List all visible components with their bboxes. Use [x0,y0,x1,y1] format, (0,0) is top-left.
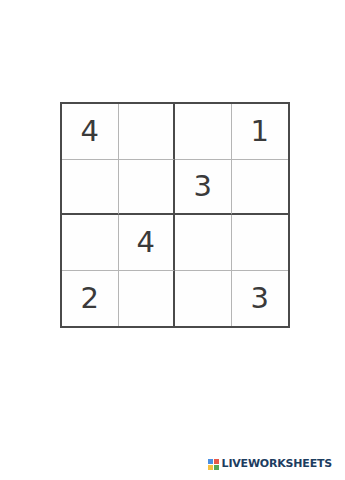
cell-r3c3[interactable] [175,215,232,271]
cell-r1c3[interactable] [175,104,232,160]
cell-r4c3[interactable] [175,271,232,327]
liveworksheets-grid-icon [208,459,219,470]
cell-r3c1[interactable] [62,215,119,271]
cell-r2c4[interactable] [232,160,289,216]
liveworksheets-logo: LIVEWORKSHEETS [208,457,332,471]
cell-r3c2: 4 [119,215,176,271]
logo-icon-square [208,459,213,464]
cell-r1c4: 1 [232,104,289,160]
cell-r4c1: 2 [62,271,119,327]
liveworksheets-logo-text: LIVEWORKSHEETS [222,457,332,471]
cell-r2c2[interactable] [119,160,176,216]
worksheet-page: 413423 LIVEWORKSHEETS [0,0,345,480]
cell-r1c2[interactable] [119,104,176,160]
logo-icon-square [214,459,219,464]
cell-r3c4[interactable] [232,215,289,271]
cell-r1c1: 4 [62,104,119,160]
sudoku-board: 413423 [60,102,290,328]
logo-icon-square [208,465,213,470]
cell-r4c4: 3 [232,271,289,327]
cell-r2c1[interactable] [62,160,119,216]
cell-r4c2[interactable] [119,271,176,327]
cell-r2c3: 3 [175,160,232,216]
logo-icon-square [214,465,219,470]
